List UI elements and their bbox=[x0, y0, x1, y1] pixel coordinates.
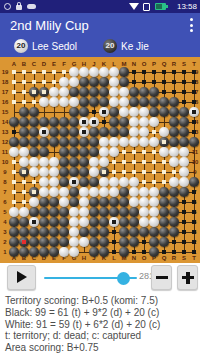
black-territory-marker bbox=[182, 90, 186, 94]
white-stone bbox=[69, 247, 78, 256]
white-territory-marker bbox=[112, 170, 116, 174]
black-stone bbox=[49, 217, 58, 226]
white-territory-marker bbox=[132, 160, 136, 164]
white-stone bbox=[69, 237, 78, 246]
minus-icon bbox=[156, 276, 168, 279]
black-stone bbox=[9, 227, 18, 236]
black-stone bbox=[59, 167, 68, 176]
row-label: 10 bbox=[0, 159, 10, 166]
dead-white-stone bbox=[99, 107, 108, 116]
black-stone bbox=[9, 247, 18, 256]
white-stone bbox=[109, 87, 118, 96]
white-territory-marker bbox=[12, 70, 16, 74]
black-territory-marker bbox=[92, 110, 96, 114]
white-stone bbox=[99, 157, 108, 166]
black-stone bbox=[119, 237, 128, 246]
black-stone bbox=[19, 217, 28, 226]
previous-move-button[interactable] bbox=[151, 265, 172, 290]
last-move-marker bbox=[22, 240, 26, 244]
black-stone bbox=[99, 127, 108, 136]
white-territory-marker bbox=[152, 180, 156, 184]
black-stone bbox=[99, 207, 108, 216]
dead-stone-marker bbox=[32, 90, 36, 94]
go-board[interactable]: AABBCCDDEEFFGGHHJJKKLLMMNNOOPPQQRRSSTT19… bbox=[0, 57, 200, 263]
white-stone bbox=[19, 207, 28, 216]
black-stone bbox=[109, 107, 118, 116]
white-stone bbox=[29, 197, 38, 206]
white-stone bbox=[39, 157, 48, 166]
white-territory-marker bbox=[112, 160, 116, 164]
black-territory-marker bbox=[142, 240, 146, 244]
white-territory-marker bbox=[12, 160, 16, 164]
white-stone bbox=[109, 97, 118, 106]
lock-icon bbox=[16, 5, 22, 10]
black-territory-marker bbox=[182, 200, 186, 204]
black-stone bbox=[119, 227, 128, 236]
black-stone bbox=[39, 197, 48, 206]
white-stone bbox=[19, 147, 28, 156]
column-label: N bbox=[129, 61, 139, 68]
white-territory-marker bbox=[22, 200, 26, 204]
black-score-line: Black: 99 = 61 (t) + 9*2 (d) + 20 (c) bbox=[5, 307, 199, 319]
white-stone bbox=[169, 147, 178, 156]
dead-white-stone bbox=[79, 127, 88, 136]
white-territory-marker bbox=[32, 100, 36, 104]
dead-black-stone bbox=[29, 87, 38, 96]
white-stone bbox=[99, 187, 108, 196]
column-label: C bbox=[29, 61, 39, 68]
white-stone bbox=[129, 137, 138, 146]
black-territory-marker bbox=[192, 120, 196, 124]
black-stone bbox=[79, 107, 88, 116]
data-circle-icon bbox=[4, 3, 11, 10]
white-stone bbox=[69, 97, 78, 106]
white-stone bbox=[149, 117, 158, 126]
black-stone bbox=[89, 177, 98, 186]
white-stone bbox=[139, 207, 148, 216]
playback-controls: 281 bbox=[0, 263, 200, 293]
white-territory-marker bbox=[12, 200, 16, 204]
black-territory-marker bbox=[142, 80, 146, 84]
black-stone bbox=[129, 207, 138, 216]
black-stone bbox=[149, 237, 158, 246]
column-label: O bbox=[139, 61, 149, 68]
white-player-name: Lee Sedol bbox=[32, 41, 77, 52]
black-stone bbox=[119, 217, 128, 226]
black-territory-marker bbox=[132, 70, 136, 74]
white-stone bbox=[149, 207, 158, 216]
white-stone bbox=[169, 157, 178, 166]
black-stone bbox=[119, 77, 128, 86]
white-territory-marker bbox=[22, 180, 26, 184]
black-stone bbox=[129, 217, 138, 226]
white-territory-marker bbox=[52, 80, 56, 84]
white-stone bbox=[109, 147, 118, 156]
dead-black-stone bbox=[39, 87, 48, 96]
black-stone bbox=[49, 237, 58, 246]
black-stone bbox=[159, 97, 168, 106]
white-stone bbox=[89, 67, 98, 76]
white-stone bbox=[139, 187, 148, 196]
black-stone bbox=[89, 197, 98, 206]
dead-stone-marker bbox=[92, 120, 96, 124]
column-label: F bbox=[59, 61, 69, 68]
black-stone bbox=[39, 237, 48, 246]
white-stone bbox=[129, 187, 138, 196]
black-stone bbox=[49, 207, 58, 216]
black-stone bbox=[29, 247, 38, 256]
black-stone bbox=[179, 117, 188, 126]
play-button[interactable] bbox=[7, 265, 36, 290]
black-stone bbox=[159, 237, 168, 246]
black-stone bbox=[99, 87, 108, 96]
black-territory-marker bbox=[192, 250, 196, 254]
black-territory-marker bbox=[132, 250, 136, 254]
black-territory-marker bbox=[182, 230, 186, 234]
slider-thumb[interactable] bbox=[117, 272, 130, 285]
area-scoring-line: Area scoring: B+0.75 bbox=[5, 342, 199, 354]
black-stone bbox=[129, 97, 138, 106]
black-stone bbox=[79, 87, 88, 96]
dead-stone-marker bbox=[112, 220, 116, 224]
black-territory-marker bbox=[192, 230, 196, 234]
black-stone bbox=[39, 117, 48, 126]
row-label: 16 bbox=[0, 99, 10, 106]
white-territory-marker bbox=[132, 170, 136, 174]
white-stone bbox=[149, 137, 158, 146]
black-stone bbox=[99, 217, 108, 226]
next-move-button[interactable] bbox=[177, 265, 198, 290]
dead-white-stone bbox=[69, 177, 78, 186]
black-stone bbox=[119, 117, 128, 126]
white-stone bbox=[129, 127, 138, 136]
black-stone bbox=[149, 227, 158, 236]
white-territory-marker bbox=[152, 160, 156, 164]
black-stone bbox=[29, 127, 38, 136]
dead-black-stone bbox=[19, 167, 28, 176]
black-territory-marker bbox=[182, 240, 186, 244]
column-label: E bbox=[49, 61, 59, 68]
black-territory-marker bbox=[132, 80, 136, 84]
black-stone bbox=[19, 227, 28, 236]
black-stone bbox=[79, 137, 88, 146]
black-territory-marker bbox=[172, 80, 176, 84]
status-bar: 13:58 bbox=[0, 0, 200, 13]
download-icon bbox=[143, 3, 150, 11]
white-territory-marker bbox=[162, 180, 166, 184]
black-stone bbox=[159, 227, 168, 236]
row-label: 6 bbox=[0, 199, 10, 206]
white-stone bbox=[69, 67, 78, 76]
black-stone bbox=[109, 197, 118, 206]
black-stone bbox=[169, 97, 178, 106]
black-territory-marker bbox=[112, 250, 116, 254]
black-stone bbox=[79, 167, 88, 176]
white-score-line: White: 91 = 59 (t) + 6*2 (d) + 20 (c) bbox=[5, 319, 199, 331]
black-stone bbox=[169, 207, 178, 216]
dead-stone-marker bbox=[82, 130, 86, 134]
white-territory-marker bbox=[12, 80, 16, 84]
black-stone bbox=[169, 217, 178, 226]
black-stone bbox=[129, 237, 138, 246]
column-label: T bbox=[189, 255, 199, 262]
black-stone bbox=[49, 227, 58, 236]
black-stone bbox=[139, 227, 148, 236]
dead-black-stone bbox=[29, 187, 38, 196]
black-stone bbox=[19, 107, 28, 116]
white-stone bbox=[179, 157, 188, 166]
white-territory-marker bbox=[62, 70, 66, 74]
dead-stone-marker bbox=[32, 220, 36, 224]
black-stone bbox=[59, 217, 68, 226]
black-territory-marker bbox=[142, 250, 146, 254]
black-stone bbox=[119, 247, 128, 256]
dead-stone-marker bbox=[22, 170, 26, 174]
black-stone bbox=[49, 197, 58, 206]
black-stone bbox=[69, 157, 78, 166]
white-stone bbox=[79, 207, 88, 216]
black-stone bbox=[39, 227, 48, 236]
white-stone bbox=[79, 217, 88, 226]
white-territory-marker bbox=[12, 170, 16, 174]
white-stone bbox=[59, 77, 68, 86]
white-stone bbox=[139, 217, 148, 226]
move-slider[interactable] bbox=[44, 265, 137, 290]
black-territory-marker bbox=[172, 70, 176, 74]
white-territory-marker bbox=[162, 170, 166, 174]
black-stone bbox=[99, 197, 108, 206]
white-stone bbox=[149, 217, 158, 226]
black-stone bbox=[149, 87, 158, 96]
black-territory-marker bbox=[182, 210, 186, 214]
black-stone bbox=[179, 137, 188, 146]
black-stone bbox=[89, 97, 98, 106]
white-stone bbox=[179, 167, 188, 176]
black-stone bbox=[39, 137, 48, 146]
dead-stone-marker bbox=[102, 170, 106, 174]
black-stone bbox=[179, 107, 188, 116]
row-label: 19 bbox=[0, 69, 10, 76]
black-territory-marker bbox=[192, 210, 196, 214]
white-stone bbox=[179, 147, 188, 156]
white-territory-marker bbox=[162, 160, 166, 164]
black-stone bbox=[49, 247, 58, 256]
black-stone bbox=[109, 127, 118, 136]
black-territory-marker bbox=[192, 190, 196, 194]
column-label: S bbox=[179, 61, 189, 68]
black-stone bbox=[29, 227, 38, 236]
white-stone bbox=[79, 67, 88, 76]
dead-black-stone bbox=[99, 167, 108, 176]
white-stone bbox=[59, 97, 68, 106]
white-stone bbox=[89, 187, 98, 196]
black-stone bbox=[99, 97, 108, 106]
black-stone bbox=[69, 137, 78, 146]
black-territory-marker bbox=[182, 100, 186, 104]
wifi-icon bbox=[129, 3, 139, 10]
black-stone bbox=[59, 237, 68, 246]
dead-white-stone bbox=[109, 217, 118, 226]
row-label: 7 bbox=[0, 189, 10, 196]
black-stone bbox=[89, 247, 98, 256]
black-stone bbox=[29, 137, 38, 146]
black-stone bbox=[9, 117, 18, 126]
black-stone bbox=[69, 147, 78, 156]
black-stone bbox=[169, 117, 178, 126]
white-stone bbox=[39, 167, 48, 176]
white-stone bbox=[79, 197, 88, 206]
legend-line: t: territory; d: dead; c: captured bbox=[5, 330, 199, 342]
black-stone bbox=[139, 87, 148, 96]
white-stone bbox=[119, 97, 128, 106]
black-stone bbox=[189, 177, 198, 186]
dead-white-stone bbox=[39, 127, 48, 136]
black-stone bbox=[59, 177, 68, 186]
white-stone bbox=[119, 177, 128, 186]
column-label: N bbox=[129, 255, 139, 262]
white-stone bbox=[139, 127, 148, 136]
row-label: 15 bbox=[0, 109, 10, 116]
dead-stone-marker bbox=[162, 140, 166, 144]
white-stone bbox=[119, 107, 128, 116]
white-territory-marker bbox=[52, 70, 56, 74]
white-stone bbox=[99, 67, 108, 76]
white-stone bbox=[159, 127, 168, 136]
black-stone bbox=[59, 227, 68, 236]
column-label: A bbox=[9, 61, 19, 68]
white-stone bbox=[49, 167, 58, 176]
white-stone bbox=[109, 67, 118, 76]
black-territory-marker bbox=[152, 80, 156, 84]
column-label: H bbox=[79, 255, 89, 262]
black-stone bbox=[109, 117, 118, 126]
black-stone bbox=[49, 137, 58, 146]
dead-stone-marker bbox=[32, 190, 36, 194]
black-stone bbox=[89, 147, 98, 156]
black-territory-marker bbox=[112, 230, 116, 234]
territory-scoring-line: Territory scoring: B+0.5 (komi: 7.5) bbox=[5, 295, 199, 307]
black-stone bbox=[19, 137, 28, 146]
status-time: 13:58 bbox=[177, 2, 197, 11]
black-stone bbox=[59, 207, 68, 216]
black-stone bbox=[169, 127, 178, 136]
black-captures-badge: 20 bbox=[103, 39, 117, 53]
black-territory-marker bbox=[142, 70, 146, 74]
dead-stone-marker bbox=[102, 110, 106, 114]
white-territory-marker bbox=[142, 160, 146, 164]
black-stone bbox=[69, 127, 78, 136]
player-row: 20 Lee Sedol 20 Ke Jie bbox=[0, 38, 200, 57]
white-stone bbox=[159, 147, 168, 156]
white-territory-marker bbox=[12, 190, 16, 194]
black-stone bbox=[159, 187, 168, 196]
black-territory-marker bbox=[182, 250, 186, 254]
black-stone bbox=[69, 187, 78, 196]
black-stone bbox=[179, 127, 188, 136]
row-label: 9 bbox=[0, 169, 10, 176]
black-stone bbox=[59, 147, 68, 156]
white-captures-badge: 20 bbox=[14, 39, 28, 53]
white-territory-marker bbox=[12, 100, 16, 104]
black-territory-marker bbox=[192, 130, 196, 134]
black-stone bbox=[39, 247, 48, 256]
white-territory-marker bbox=[172, 170, 176, 174]
column-label: T bbox=[189, 61, 199, 68]
dead-white-stone bbox=[79, 117, 88, 126]
row-label: 18 bbox=[0, 79, 10, 86]
white-territory-marker bbox=[22, 70, 26, 74]
black-territory-marker bbox=[182, 220, 186, 224]
black-stone bbox=[99, 77, 108, 86]
column-label: O bbox=[139, 255, 149, 262]
white-stone bbox=[59, 187, 68, 196]
black-player-name: Ke Jie bbox=[121, 41, 149, 52]
white-stone bbox=[149, 197, 158, 206]
black-stone bbox=[59, 157, 68, 166]
dead-stone-marker bbox=[42, 130, 46, 134]
white-stone bbox=[89, 167, 98, 176]
page-title: 2nd Mlily Cup bbox=[10, 18, 89, 33]
white-territory-marker bbox=[142, 170, 146, 174]
white-stone bbox=[39, 187, 48, 196]
black-territory-marker bbox=[182, 80, 186, 84]
black-stone bbox=[79, 77, 88, 86]
white-stone bbox=[29, 167, 38, 176]
black-territory-marker bbox=[182, 70, 186, 74]
black-territory-marker bbox=[192, 240, 196, 244]
white-stone bbox=[9, 147, 18, 156]
column-label: Q bbox=[159, 255, 169, 262]
white-territory-marker bbox=[142, 150, 146, 154]
white-stone bbox=[119, 87, 128, 96]
white-territory-marker bbox=[142, 180, 146, 184]
overflow-menu-icon[interactable] bbox=[190, 18, 194, 34]
white-stone bbox=[139, 137, 148, 146]
white-stone bbox=[19, 157, 28, 166]
black-stone bbox=[129, 87, 138, 96]
black-stone bbox=[39, 207, 48, 216]
dead-white-stone bbox=[189, 107, 198, 116]
black-stone bbox=[149, 97, 158, 106]
black-stone bbox=[39, 147, 48, 156]
dead-white-stone bbox=[89, 117, 98, 126]
black-stone bbox=[59, 127, 68, 136]
black-stone bbox=[119, 187, 128, 196]
white-territory-marker bbox=[22, 190, 26, 194]
white-stone bbox=[129, 197, 138, 206]
white-stone bbox=[49, 187, 58, 196]
column-label: L bbox=[109, 255, 119, 262]
white-stone bbox=[59, 197, 68, 206]
black-stone bbox=[159, 217, 168, 226]
white-stone bbox=[119, 137, 128, 146]
battery-icon bbox=[155, 3, 166, 10]
black-stone bbox=[29, 107, 38, 116]
white-stone bbox=[79, 237, 88, 246]
white-territory-marker bbox=[122, 150, 126, 154]
black-stone bbox=[49, 127, 58, 136]
black-territory-marker bbox=[162, 250, 166, 254]
black-stone bbox=[69, 87, 78, 96]
scoring-summary: Territory scoring: B+0.5 (komi: 7.5) Bla… bbox=[5, 295, 199, 354]
white-stone bbox=[39, 97, 48, 106]
white-stone bbox=[109, 137, 118, 146]
dead-stone-marker bbox=[42, 90, 46, 94]
black-stone bbox=[89, 127, 98, 136]
white-territory-marker bbox=[22, 100, 26, 104]
white-stone bbox=[69, 207, 78, 216]
black-territory-marker bbox=[112, 240, 116, 244]
